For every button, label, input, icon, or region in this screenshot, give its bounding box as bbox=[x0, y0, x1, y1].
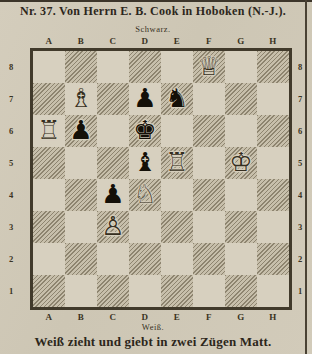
square-a4[interactable] bbox=[33, 179, 65, 211]
file-label-h: H bbox=[257, 36, 289, 46]
piece-white-queen-f8[interactable]: ♕ bbox=[193, 51, 225, 83]
rank-label-2: 2 bbox=[295, 243, 305, 275]
square-f7[interactable] bbox=[193, 83, 225, 115]
square-h7[interactable] bbox=[257, 83, 289, 115]
square-e6[interactable] bbox=[161, 115, 193, 147]
square-g1[interactable] bbox=[225, 275, 257, 307]
square-f6[interactable] bbox=[193, 115, 225, 147]
rank-label-6: 6 bbox=[6, 115, 16, 147]
piece-white-king-g5[interactable]: ♔ bbox=[225, 147, 257, 179]
square-g4[interactable] bbox=[225, 179, 257, 211]
square-g8[interactable] bbox=[225, 51, 257, 83]
chess-problem-page: Nr. 37. Von Herrn E. B. Cook in Hoboken … bbox=[0, 0, 312, 354]
rank-label-6: 6 bbox=[295, 115, 305, 147]
square-f2[interactable] bbox=[193, 243, 225, 275]
rank-label-5: 5 bbox=[295, 147, 305, 179]
piece-black-pawn-d7[interactable]: ♟ bbox=[129, 83, 161, 115]
square-b6[interactable]: ♟ bbox=[65, 115, 97, 147]
square-a5[interactable] bbox=[33, 147, 65, 179]
rank-labels-left: 87654321 bbox=[6, 51, 16, 307]
square-e7[interactable]: ♞ bbox=[161, 83, 193, 115]
square-b8[interactable] bbox=[65, 51, 97, 83]
file-label-b: B bbox=[65, 36, 97, 46]
square-f3[interactable] bbox=[193, 211, 225, 243]
piece-black-pawn-b6[interactable]: ♟ bbox=[65, 115, 97, 147]
rank-label-8: 8 bbox=[295, 51, 305, 83]
square-a7[interactable] bbox=[33, 83, 65, 115]
file-label-a: A bbox=[33, 36, 65, 46]
rank-label-4: 4 bbox=[6, 179, 16, 211]
square-d6[interactable]: ♚ bbox=[129, 115, 161, 147]
file-label-g: G bbox=[225, 312, 257, 322]
file-label-f: F bbox=[193, 36, 225, 46]
square-c7[interactable] bbox=[97, 83, 129, 115]
square-h1[interactable] bbox=[257, 275, 289, 307]
square-d8[interactable] bbox=[129, 51, 161, 83]
rank-label-2: 2 bbox=[6, 243, 16, 275]
file-label-c: C bbox=[97, 36, 129, 46]
rank-label-7: 7 bbox=[6, 83, 16, 115]
rank-label-1: 1 bbox=[6, 275, 16, 307]
square-g5[interactable]: ♔ bbox=[225, 147, 257, 179]
square-f1[interactable] bbox=[193, 275, 225, 307]
square-c3[interactable]: ♙ bbox=[97, 211, 129, 243]
file-label-g: G bbox=[225, 36, 257, 46]
square-e8[interactable] bbox=[161, 51, 193, 83]
piece-black-knight-e7[interactable]: ♞ bbox=[161, 83, 193, 115]
file-labels-bottom: ABCDEFGH bbox=[33, 312, 289, 322]
square-d2[interactable] bbox=[129, 243, 161, 275]
square-f8[interactable]: ♕ bbox=[193, 51, 225, 83]
file-label-d: D bbox=[129, 36, 161, 46]
square-e3[interactable] bbox=[161, 211, 193, 243]
piece-white-rook-e5[interactable]: ♖ bbox=[161, 147, 193, 179]
square-h3[interactable] bbox=[257, 211, 289, 243]
piece-white-pawn-c3[interactable]: ♙ bbox=[97, 211, 129, 243]
square-b4[interactable] bbox=[65, 179, 97, 211]
square-g6[interactable] bbox=[225, 115, 257, 147]
piece-white-bishop-b7[interactable]: ♗ bbox=[65, 83, 97, 115]
square-b1[interactable] bbox=[65, 275, 97, 307]
problem-title: Nr. 37. Von Herrn E. B. Cook in Hoboken … bbox=[0, 4, 306, 19]
square-f4[interactable] bbox=[193, 179, 225, 211]
square-g2[interactable] bbox=[225, 243, 257, 275]
square-f5[interactable] bbox=[193, 147, 225, 179]
rank-label-1: 1 bbox=[295, 275, 305, 307]
square-b7[interactable]: ♗ bbox=[65, 83, 97, 115]
chess-board: ♕♗♟♞♖♟♚♝♖♔♟♘♙ bbox=[30, 48, 292, 310]
square-g3[interactable] bbox=[225, 211, 257, 243]
square-a8[interactable] bbox=[33, 51, 65, 83]
file-label-a: A bbox=[33, 312, 65, 322]
square-c5[interactable] bbox=[97, 147, 129, 179]
square-h8[interactable] bbox=[257, 51, 289, 83]
file-label-f: F bbox=[193, 312, 225, 322]
black-side-label: Schwarz. bbox=[0, 24, 306, 34]
square-h6[interactable] bbox=[257, 115, 289, 147]
square-d5[interactable]: ♝ bbox=[129, 147, 161, 179]
square-c6[interactable] bbox=[97, 115, 129, 147]
square-e5[interactable]: ♖ bbox=[161, 147, 193, 179]
square-c8[interactable] bbox=[97, 51, 129, 83]
square-a2[interactable] bbox=[33, 243, 65, 275]
square-h2[interactable] bbox=[257, 243, 289, 275]
square-a6[interactable]: ♖ bbox=[33, 115, 65, 147]
square-a3[interactable] bbox=[33, 211, 65, 243]
rank-label-5: 5 bbox=[6, 147, 16, 179]
square-d7[interactable]: ♟ bbox=[129, 83, 161, 115]
rank-label-4: 4 bbox=[295, 179, 305, 211]
square-c2[interactable] bbox=[97, 243, 129, 275]
file-label-d: D bbox=[129, 312, 161, 322]
rank-label-3: 3 bbox=[295, 211, 305, 243]
piece-white-knight-d4[interactable]: ♘ bbox=[129, 179, 161, 211]
rank-label-7: 7 bbox=[295, 83, 305, 115]
column-divider-rule bbox=[305, 0, 307, 354]
square-e1[interactable] bbox=[161, 275, 193, 307]
square-b5[interactable] bbox=[65, 147, 97, 179]
white-side-label: Weiß. bbox=[0, 322, 306, 332]
piece-white-rook-a6[interactable]: ♖ bbox=[33, 115, 65, 147]
square-b3[interactable] bbox=[65, 211, 97, 243]
rank-label-8: 8 bbox=[6, 51, 16, 83]
file-label-e: E bbox=[161, 312, 193, 322]
top-rule bbox=[0, 0, 312, 2]
piece-black-pawn-c4[interactable]: ♟ bbox=[97, 179, 129, 211]
file-label-e: E bbox=[161, 36, 193, 46]
file-labels-top: ABCDEFGH bbox=[33, 36, 289, 46]
square-e4[interactable] bbox=[161, 179, 193, 211]
piece-black-bishop-d5[interactable]: ♝ bbox=[129, 147, 161, 179]
square-d1[interactable] bbox=[129, 275, 161, 307]
file-label-b: B bbox=[65, 312, 97, 322]
square-d3[interactable] bbox=[129, 211, 161, 243]
square-c4[interactable]: ♟ bbox=[97, 179, 129, 211]
file-label-c: C bbox=[97, 312, 129, 322]
square-h5[interactable] bbox=[257, 147, 289, 179]
file-label-h: H bbox=[257, 312, 289, 322]
square-h4[interactable] bbox=[257, 179, 289, 211]
square-b2[interactable] bbox=[65, 243, 97, 275]
stipulation-caption: Weiß zieht und giebt in zwei Zügen Matt. bbox=[0, 334, 306, 350]
square-d4[interactable]: ♘ bbox=[129, 179, 161, 211]
rank-label-3: 3 bbox=[6, 211, 16, 243]
rank-labels-right: 87654321 bbox=[295, 51, 305, 307]
square-e2[interactable] bbox=[161, 243, 193, 275]
square-c1[interactable] bbox=[97, 275, 129, 307]
square-a1[interactable] bbox=[33, 275, 65, 307]
piece-black-king-d6[interactable]: ♚ bbox=[129, 115, 161, 147]
square-g7[interactable] bbox=[225, 83, 257, 115]
